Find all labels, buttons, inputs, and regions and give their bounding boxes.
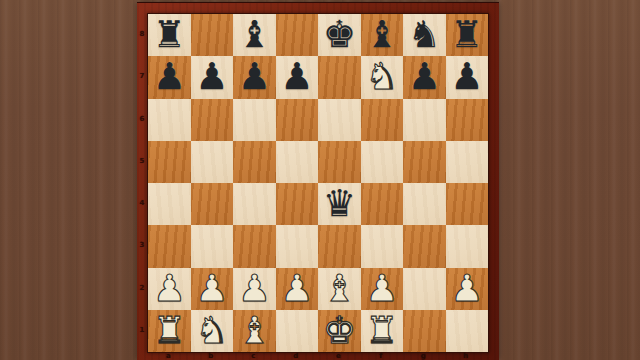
piece-white-pawn: ♟ [195,268,228,310]
square-g5[interactable] [403,141,446,183]
piece-black-pawn: ♟ [450,56,483,98]
square-f5[interactable] [361,141,404,183]
square-d2[interactable]: ♟ [276,268,319,310]
file-label-g: g [402,351,445,360]
square-c7[interactable]: ♟ [233,56,276,98]
square-f6[interactable] [361,99,404,141]
square-h6[interactable] [446,99,489,141]
square-c2[interactable]: ♟ [233,268,276,310]
square-a3[interactable] [148,225,191,267]
square-c8[interactable]: ♝ [233,14,276,56]
square-e6[interactable] [318,99,361,141]
square-a1[interactable]: ♜ [148,310,191,352]
piece-white-bishop: ♝ [238,310,271,352]
piece-white-rook: ♜ [153,310,186,352]
square-f8[interactable]: ♝ [361,14,404,56]
piece-black-rook: ♜ [450,14,483,56]
square-h4[interactable] [446,183,489,225]
square-g4[interactable] [403,183,446,225]
piece-black-pawn: ♟ [238,56,271,98]
square-b3[interactable] [191,225,234,267]
piece-white-pawn: ♟ [153,268,186,310]
file-label-c: c [232,351,275,360]
piece-white-bishop: ♝ [323,268,356,310]
rank-label-6: 6 [137,98,147,140]
square-f4[interactable] [361,183,404,225]
square-f2[interactable]: ♟ [361,268,404,310]
piece-white-pawn: ♟ [365,268,398,310]
square-g6[interactable] [403,99,446,141]
file-label-f: f [360,351,403,360]
square-b6[interactable] [191,99,234,141]
square-h3[interactable] [446,225,489,267]
piece-white-king: ♚ [323,310,356,352]
square-c4[interactable] [233,183,276,225]
square-d7[interactable]: ♟ [276,56,319,98]
piece-white-pawn: ♟ [450,268,483,310]
square-d6[interactable] [276,99,319,141]
square-b7[interactable]: ♟ [191,56,234,98]
rank-label-5: 5 [137,140,147,182]
rank-label-7: 7 [137,55,147,97]
file-label-d: d [275,351,318,360]
square-d5[interactable] [276,141,319,183]
square-g7[interactable]: ♟ [403,56,446,98]
rank-label-4: 4 [137,182,147,224]
piece-white-rook: ♜ [365,310,398,352]
square-f3[interactable] [361,225,404,267]
square-h1[interactable] [446,310,489,352]
square-c6[interactable] [233,99,276,141]
piece-white-pawn: ♟ [238,268,271,310]
square-g8[interactable]: ♞ [403,14,446,56]
square-e7[interactable] [318,56,361,98]
square-c1[interactable]: ♝ [233,310,276,352]
file-label-e: e [317,351,360,360]
square-e4[interactable]: ♛ [318,183,361,225]
chess-board: ♜♝♚♝♞♜♟♟♟♟♞♟♟♛♟♟♟♟♝♟♟♜♞♝♚♜ [147,13,489,353]
square-g1[interactable] [403,310,446,352]
piece-black-knight: ♞ [408,14,441,56]
piece-black-queen: ♛ [323,183,356,225]
square-d8[interactable] [276,14,319,56]
square-e2[interactable]: ♝ [318,268,361,310]
rank-label-8: 8 [137,13,147,55]
piece-black-pawn: ♟ [280,56,313,98]
square-h2[interactable]: ♟ [446,268,489,310]
piece-white-knight: ♞ [365,56,398,98]
square-b2[interactable]: ♟ [191,268,234,310]
file-label-h: h [445,351,488,360]
square-g3[interactable] [403,225,446,267]
square-b5[interactable] [191,141,234,183]
square-a7[interactable]: ♟ [148,56,191,98]
square-h5[interactable] [446,141,489,183]
square-a5[interactable] [148,141,191,183]
square-c3[interactable] [233,225,276,267]
square-f7[interactable]: ♞ [361,56,404,98]
square-h8[interactable]: ♜ [446,14,489,56]
piece-black-pawn: ♟ [195,56,228,98]
piece-white-knight: ♞ [195,310,228,352]
square-e8[interactable]: ♚ [318,14,361,56]
piece-black-pawn: ♟ [408,56,441,98]
square-b1[interactable]: ♞ [191,310,234,352]
piece-black-bishop: ♝ [238,14,271,56]
piece-black-bishop: ♝ [365,14,398,56]
square-b8[interactable] [191,14,234,56]
rank-label-1: 1 [137,309,147,351]
piece-white-pawn: ♟ [280,268,313,310]
square-e3[interactable] [318,225,361,267]
square-h7[interactable]: ♟ [446,56,489,98]
piece-black-pawn: ♟ [153,56,186,98]
square-c5[interactable] [233,141,276,183]
square-d1[interactable] [276,310,319,352]
chess-board-frame: ♜♝♚♝♞♜♟♟♟♟♞♟♟♛♟♟♟♟♝♟♟♜♞♝♚♜ 87654321 abcd… [137,2,499,360]
square-a2[interactable]: ♟ [148,268,191,310]
file-label-b: b [190,351,233,360]
square-d4[interactable] [276,183,319,225]
square-f1[interactable]: ♜ [361,310,404,352]
square-g2[interactable] [403,268,446,310]
square-d3[interactable] [276,225,319,267]
square-a8[interactable]: ♜ [148,14,191,56]
file-label-a: a [147,351,190,360]
piece-black-rook: ♜ [153,14,186,56]
rank-label-3: 3 [137,224,147,266]
square-b4[interactable] [191,183,234,225]
rank-label-2: 2 [137,267,147,309]
square-e5[interactable] [318,141,361,183]
square-e1[interactable]: ♚ [318,310,361,352]
square-a6[interactable] [148,99,191,141]
piece-black-king: ♚ [323,14,356,56]
square-a4[interactable] [148,183,191,225]
